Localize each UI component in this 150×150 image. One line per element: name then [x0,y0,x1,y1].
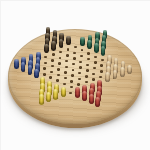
peg-green[interactable] [80,37,84,46]
peg-yellow[interactable] [53,89,58,99]
peg-natural[interactable] [120,67,125,77]
peg-red[interactable] [82,91,87,101]
peg-yellow[interactable] [61,87,66,97]
chinese-checkers-board-photo [0,0,150,150]
peg-natural[interactable] [105,72,110,82]
peg-natural[interactable] [127,65,132,75]
peg-black[interactable] [44,44,49,53]
peg-green[interactable] [87,40,92,49]
peg-black[interactable] [66,36,70,45]
peg-black[interactable] [51,41,56,50]
peg-green[interactable] [94,43,99,52]
pegs-layer [0,0,150,150]
peg-yellow[interactable] [39,94,44,104]
peg-blue[interactable] [34,69,39,79]
peg-red[interactable] [95,97,100,107]
peg-yellow[interactable] [46,92,51,102]
peg-blue[interactable] [21,62,26,72]
peg-black[interactable] [59,39,63,48]
peg-blue[interactable] [14,59,19,69]
peg-natural[interactable] [113,70,118,80]
peg-green[interactable] [101,46,106,55]
peg-red[interactable] [89,94,94,104]
peg-red[interactable] [75,87,80,97]
peg-blue[interactable] [28,65,33,75]
